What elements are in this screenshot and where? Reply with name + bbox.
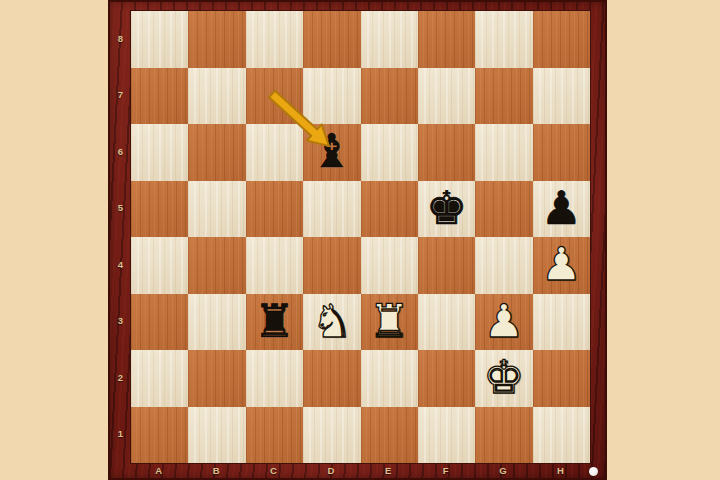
square-g5[interactable] — [475, 181, 532, 238]
file-label-f: F — [417, 463, 474, 477]
rank-label-1: 1 — [112, 406, 129, 463]
rank-label-4: 4 — [112, 236, 129, 293]
square-c8[interactable] — [246, 11, 303, 68]
rank-label-6: 6 — [112, 123, 129, 180]
square-d7[interactable] — [303, 68, 360, 125]
square-h8[interactable] — [533, 11, 590, 68]
square-d8[interactable] — [303, 11, 360, 68]
rank-label-2: 2 — [112, 349, 129, 406]
square-c4[interactable] — [246, 237, 303, 294]
file-label-b: B — [187, 463, 244, 477]
file-label-e: E — [360, 463, 417, 477]
square-h5[interactable]: ♟ — [533, 181, 590, 238]
square-a6[interactable] — [131, 124, 188, 181]
square-f1[interactable] — [418, 407, 475, 464]
square-b3[interactable] — [188, 294, 245, 351]
square-f8[interactable] — [418, 11, 475, 68]
white-rook-e3[interactable]: ♜ — [369, 298, 410, 344]
square-h6[interactable] — [533, 124, 590, 181]
square-f3[interactable] — [418, 294, 475, 351]
rank-label-8: 8 — [112, 10, 129, 67]
square-g1[interactable] — [475, 407, 532, 464]
square-h2[interactable] — [533, 350, 590, 407]
square-a2[interactable] — [131, 350, 188, 407]
square-d5[interactable] — [303, 181, 360, 238]
square-h4[interactable]: ♟ — [533, 237, 590, 294]
file-label-a: A — [130, 463, 187, 477]
black-king-f5[interactable]: ♚ — [426, 185, 467, 231]
black-bishop-d6[interactable]: ♝ — [311, 128, 352, 174]
square-b1[interactable] — [188, 407, 245, 464]
square-c6[interactable] — [246, 124, 303, 181]
square-d4[interactable] — [303, 237, 360, 294]
white-king-g2[interactable]: ♚ — [483, 354, 524, 400]
square-d2[interactable] — [303, 350, 360, 407]
black-pawn-h5[interactable]: ♟ — [541, 185, 582, 231]
square-a7[interactable] — [131, 68, 188, 125]
square-b2[interactable] — [188, 350, 245, 407]
square-e1[interactable] — [361, 407, 418, 464]
square-f7[interactable] — [418, 68, 475, 125]
square-g6[interactable] — [475, 124, 532, 181]
page: { "game": "chess", "position": { "fen": … — [0, 0, 720, 480]
square-h1[interactable] — [533, 407, 590, 464]
square-a3[interactable] — [131, 294, 188, 351]
square-g2[interactable]: ♚ — [475, 350, 532, 407]
square-h7[interactable] — [533, 68, 590, 125]
square-f6[interactable] — [418, 124, 475, 181]
file-label-d: D — [302, 463, 359, 477]
black-rook-c3[interactable]: ♜ — [254, 298, 295, 344]
square-f2[interactable] — [418, 350, 475, 407]
white-pawn-g3[interactable]: ♟ — [483, 298, 524, 344]
square-c7[interactable] — [246, 68, 303, 125]
chess-board: 87654321 ♝♚♟♟♜♞♜♟♚ ABCDEFGH — [108, 0, 607, 480]
square-b7[interactable] — [188, 68, 245, 125]
file-labels: ABCDEFGH — [130, 463, 589, 477]
square-b4[interactable] — [188, 237, 245, 294]
square-a4[interactable] — [131, 237, 188, 294]
square-d3[interactable]: ♞ — [303, 294, 360, 351]
square-g8[interactable] — [475, 11, 532, 68]
square-c2[interactable] — [246, 350, 303, 407]
file-label-c: C — [245, 463, 302, 477]
square-c5[interactable] — [246, 181, 303, 238]
square-a5[interactable] — [131, 181, 188, 238]
square-a1[interactable] — [131, 407, 188, 464]
square-e5[interactable] — [361, 181, 418, 238]
square-b6[interactable] — [188, 124, 245, 181]
square-h3[interactable] — [533, 294, 590, 351]
rank-labels: 87654321 — [112, 10, 129, 462]
square-c1[interactable] — [246, 407, 303, 464]
square-g3[interactable]: ♟ — [475, 294, 532, 351]
square-e7[interactable] — [361, 68, 418, 125]
square-g4[interactable] — [475, 237, 532, 294]
square-f5[interactable]: ♚ — [418, 181, 475, 238]
square-b5[interactable] — [188, 181, 245, 238]
square-g7[interactable] — [475, 68, 532, 125]
square-c3[interactable]: ♜ — [246, 294, 303, 351]
square-e4[interactable] — [361, 237, 418, 294]
square-e2[interactable] — [361, 350, 418, 407]
rank-label-7: 7 — [112, 67, 129, 124]
square-d1[interactable] — [303, 407, 360, 464]
square-e8[interactable] — [361, 11, 418, 68]
square-e3[interactable]: ♜ — [361, 294, 418, 351]
square-e6[interactable] — [361, 124, 418, 181]
white-pawn-h4[interactable]: ♟ — [541, 241, 582, 287]
rank-label-5: 5 — [112, 180, 129, 237]
file-label-h: H — [532, 463, 589, 477]
square-f4[interactable] — [418, 237, 475, 294]
board-squares: ♝♚♟♟♜♞♜♟♚ — [130, 10, 591, 464]
white-knight-d3[interactable]: ♞ — [311, 298, 352, 344]
square-d6[interactable]: ♝ — [303, 124, 360, 181]
side-to-move-indicator — [589, 467, 598, 476]
rank-label-3: 3 — [112, 293, 129, 350]
file-label-g: G — [474, 463, 531, 477]
square-b8[interactable] — [188, 11, 245, 68]
square-a8[interactable] — [131, 11, 188, 68]
